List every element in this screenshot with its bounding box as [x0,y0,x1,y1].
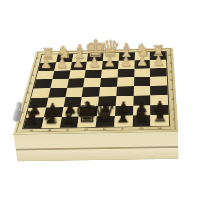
square [150,85,167,95]
coordinate-label: 7 [168,59,173,67]
square [34,79,52,88]
clasp-hasp [12,109,20,121]
square: ♜ [151,115,170,126]
coordinate-label: 8 [167,51,172,59]
coordinate-label: A [22,129,41,133]
coordinate-label: 4 [169,85,175,95]
black-knight: ♞ [42,107,60,127]
square [150,68,167,77]
square [99,87,117,97]
white-pawn: ♟ [120,54,132,67]
square [133,86,150,96]
square [150,76,167,85]
rank-labels-right: 87654321 [167,51,176,125]
chess-box: ♜♞♝♚♛♝♞♜♟♟♟♟♟♟♟♟♟♟♟♟♟♟♟♟♜♞♝♚♛♝♞♜ ABCDEFG… [13,48,178,134]
coordinate-label: E [95,128,114,132]
black-bishop: ♝ [113,103,133,125]
clasp-pin [18,108,21,111]
white-pawn: ♟ [88,55,100,68]
coordinate-label: G [132,127,151,131]
coordinate-label: C [59,128,78,132]
square: ♞ [132,115,150,126]
white-pawn: ♟ [72,56,84,69]
scene: ♜♞♝♚♛♝♞♜♟♟♟♟♟♟♟♟♟♟♟♟♟♟♟♟♜♞♝♚♛♝♞♜ ABCDEFG… [0,0,200,200]
black-knight: ♞ [132,105,150,125]
square: ♛ [96,116,115,127]
square [117,77,134,86]
white-pawn: ♟ [152,54,164,67]
square [83,78,101,87]
coordinate-label: 3 [170,95,176,105]
box-front-side [13,131,178,162]
square [36,71,54,80]
coordinate-label: 6 [168,68,173,77]
coordinate-label: 2 [170,105,176,115]
black-rook: ♜ [152,107,168,125]
coordinate-label: 5 [169,76,175,85]
metal-clasp [11,101,25,127]
black-rook: ♜ [25,110,41,127]
square [117,69,134,78]
product-photo: ♜♞♝♚♛♝♞♜♟♟♟♟♟♟♟♟♟♟♟♟♟♟♟♟♜♞♝♚♛♝♞♜ ABCDEFG… [0,0,200,200]
white-pawn: ♟ [40,56,52,69]
coordinate-label: H [151,127,170,131]
coordinate-label: D [77,128,96,132]
white-pawn: ♟ [136,54,148,67]
chess-board: ♜♞♝♚♛♝♞♜♟♟♟♟♟♟♟♟♟♟♟♟♟♟♟♟♜♞♝♚♛♝♞♜ ABCDEFG… [13,48,178,134]
square [67,78,85,87]
square [133,77,150,86]
square: ♟ [102,61,119,70]
square [100,78,117,87]
board-grid: ♜♞♝♚♛♝♞♜♟♟♟♟♟♟♟♟♟♟♟♟♟♟♟♟♜♞♝♚♛♝♞♜ [23,52,169,129]
square [116,86,133,96]
coordinate-label: F [114,127,133,131]
white-pawn: ♟ [104,55,116,68]
coordinate-label: B [40,129,59,133]
square [48,88,67,98]
white-pawn: ♟ [56,56,68,69]
square [50,79,68,88]
coordinate-label: 1 [171,115,177,126]
square [134,68,150,77]
square: ♝ [114,116,133,127]
